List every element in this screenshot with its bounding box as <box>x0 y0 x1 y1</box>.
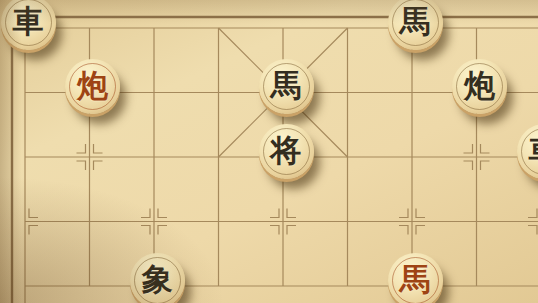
piece-black-horse[interactable]: 馬 <box>259 59 314 114</box>
piece-black-chariot[interactable]: 車 <box>1 0 56 50</box>
piece-layer: 車馬炮馬炮将車象馬 <box>0 0 538 303</box>
piece-glyph: 馬 <box>271 70 302 101</box>
piece-glyph: 炮 <box>77 70 108 101</box>
piece-glyph: 象 <box>142 264 173 295</box>
piece-red-horse[interactable]: 馬 <box>388 253 443 303</box>
piece-glyph: 馬 <box>400 264 431 295</box>
piece-black-elephant[interactable]: 象 <box>130 253 185 303</box>
piece-black-horse[interactable]: 馬 <box>388 0 443 50</box>
piece-black-cannon[interactable]: 炮 <box>452 59 507 114</box>
piece-black-general[interactable]: 将 <box>259 124 314 179</box>
piece-glyph: 車 <box>13 6 44 37</box>
xiangqi-board: 車馬炮馬炮将車象馬 <box>0 0 538 303</box>
piece-black-chariot[interactable]: 車 <box>517 124 538 179</box>
piece-glyph: 炮 <box>464 70 495 101</box>
piece-red-cannon[interactable]: 炮 <box>65 59 120 114</box>
piece-glyph: 車 <box>529 135 538 166</box>
piece-glyph: 馬 <box>400 6 431 37</box>
piece-glyph: 将 <box>271 135 302 166</box>
